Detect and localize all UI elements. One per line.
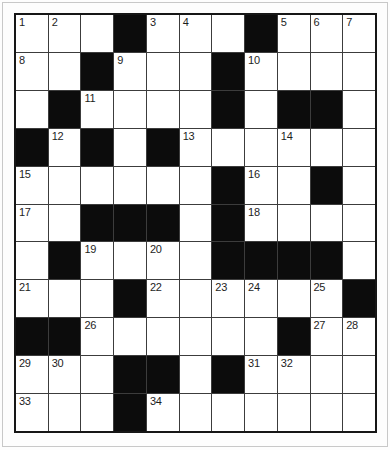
black-cell-r6-c6: [212, 242, 244, 279]
black-cell-r9-c6: [212, 356, 244, 393]
black-cell-r9-c3: [114, 356, 146, 393]
black-cell-r3-c2: [81, 129, 113, 166]
cell-r3-c9[interactable]: [311, 129, 343, 166]
cell-r7-c5[interactable]: [180, 280, 212, 317]
cell-r4-c3[interactable]: [114, 167, 146, 204]
cell-r6-c3[interactable]: [114, 242, 146, 279]
black-cell-r1-c6: [212, 53, 244, 90]
cell-r2-c5[interactable]: [180, 91, 212, 128]
black-cell-r5-c6: [212, 205, 244, 242]
cell-r10-c7[interactable]: [245, 394, 277, 431]
cell-r9-c0[interactable]: 29: [16, 356, 48, 393]
clue-number: 16: [248, 168, 260, 180]
cell-r9-c8[interactable]: 32: [278, 356, 310, 393]
cell-r7-c2[interactable]: [81, 280, 113, 317]
clue-number: 15: [19, 168, 31, 180]
clue-number: 29: [19, 357, 31, 369]
cell-r1-c7[interactable]: 10: [245, 53, 277, 90]
clue-number: 10: [248, 54, 260, 66]
black-cell-r7-c3: [114, 280, 146, 317]
clue-number: 11: [84, 92, 95, 104]
black-cell-r2-c8: [278, 91, 310, 128]
cell-r6-c4[interactable]: 20: [147, 242, 179, 279]
clue-number: 3: [150, 16, 156, 28]
cell-r4-c7[interactable]: 16: [245, 167, 277, 204]
cell-r10-c2[interactable]: [81, 394, 113, 431]
clue-number: 4: [183, 16, 189, 28]
cell-r0-c8[interactable]: 5: [278, 15, 310, 52]
cell-r0-c5[interactable]: 4: [180, 15, 212, 52]
clue-number: 1: [19, 16, 25, 28]
black-cell-r6-c7: [245, 242, 277, 279]
cell-r4-c5[interactable]: [180, 167, 212, 204]
clue-number: 25: [314, 281, 326, 293]
cell-r1-c4[interactable]: [147, 53, 179, 90]
clue-number: 26: [84, 319, 96, 331]
cell-r1-c10[interactable]: [343, 53, 375, 90]
black-cell-r2-c9: [311, 91, 343, 128]
black-cell-r7-c10: [343, 280, 375, 317]
cell-r0-c10[interactable]: 7: [343, 15, 375, 52]
clue-number: 31: [248, 357, 260, 369]
cell-r0-c0[interactable]: 1: [16, 15, 48, 52]
black-cell-r3-c0: [16, 129, 48, 166]
cell-r2-c4[interactable]: [147, 91, 179, 128]
clue-number: 24: [248, 281, 260, 293]
cell-r3-c10[interactable]: [343, 129, 375, 166]
clue-number: 27: [314, 319, 326, 331]
cell-r1-c0[interactable]: 8: [16, 53, 48, 90]
cell-r1-c8[interactable]: [278, 53, 310, 90]
clue-number: 28: [346, 319, 358, 331]
cell-r7-c1[interactable]: [49, 280, 81, 317]
cell-r0-c6[interactable]: [212, 15, 244, 52]
cell-r2-c10[interactable]: [343, 91, 375, 128]
cell-r4-c8[interactable]: [278, 167, 310, 204]
black-cell-r1-c2: [81, 53, 113, 90]
cell-r1-c1[interactable]: [49, 53, 81, 90]
black-cell-r8-c1: [49, 318, 81, 355]
cell-r4-c4[interactable]: [147, 167, 179, 204]
clue-number: 22: [150, 281, 162, 293]
cell-r8-c10[interactable]: 28: [343, 318, 375, 355]
cell-r5-c5[interactable]: [180, 205, 212, 242]
clue-number: 14: [281, 130, 293, 142]
cell-r8-c5[interactable]: [180, 318, 212, 355]
cell-r6-c2[interactable]: 19: [81, 242, 113, 279]
clue-number: 2: [52, 16, 58, 28]
clue-number: 7: [346, 16, 352, 28]
cell-r10-c6[interactable]: [212, 394, 244, 431]
cell-r0-c9[interactable]: 6: [311, 15, 343, 52]
black-cell-r10-c3: [114, 394, 146, 431]
cell-r0-c2[interactable]: [81, 15, 113, 52]
cell-r10-c0[interactable]: 33: [16, 394, 48, 431]
cell-r3-c6[interactable]: [212, 129, 244, 166]
black-cell-r3-c4: [147, 129, 179, 166]
black-cell-r2-c1: [49, 91, 81, 128]
clue-number: 17: [19, 206, 31, 218]
black-cell-r6-c8: [278, 242, 310, 279]
clue-number: 33: [19, 395, 31, 407]
black-cell-r4-c6: [212, 167, 244, 204]
cell-r5-c7[interactable]: 18: [245, 205, 277, 242]
black-cell-r6-c9: [311, 242, 343, 279]
clue-number: 9: [117, 54, 123, 66]
cell-r10-c10[interactable]: [343, 394, 375, 431]
black-cell-r5-c4: [147, 205, 179, 242]
cell-r8-c7[interactable]: [245, 318, 277, 355]
cell-r7-c4[interactable]: 22: [147, 280, 179, 317]
cell-r5-c9[interactable]: [311, 205, 343, 242]
cell-r9-c10[interactable]: [343, 356, 375, 393]
cell-r1-c9[interactable]: [311, 53, 343, 90]
clue-number: 21: [19, 281, 31, 293]
cell-r8-c2[interactable]: 26: [81, 318, 113, 355]
cell-r2-c3[interactable]: [114, 91, 146, 128]
cell-r9-c5[interactable]: [180, 356, 212, 393]
cell-r7-c7[interactable]: 24: [245, 280, 277, 317]
cell-r5-c1[interactable]: [49, 205, 81, 242]
cell-r3-c7[interactable]: [245, 129, 277, 166]
cell-r3-c8[interactable]: 14: [278, 129, 310, 166]
black-cell-r2-c6: [212, 91, 244, 128]
cell-r3-c3[interactable]: [114, 129, 146, 166]
clue-number: 23: [215, 281, 227, 293]
clue-number: 20: [150, 243, 162, 255]
cell-r1-c3[interactable]: 9: [114, 53, 146, 90]
clue-number: 12: [52, 130, 64, 142]
cell-r10-c9[interactable]: [311, 394, 343, 431]
cell-r8-c6[interactable]: [212, 318, 244, 355]
cell-r7-c0[interactable]: 21: [16, 280, 48, 317]
clue-number: 13: [183, 130, 195, 142]
black-cell-r0-c3: [114, 15, 146, 52]
cell-r8-c9[interactable]: 27: [311, 318, 343, 355]
cell-r4-c10[interactable]: [343, 167, 375, 204]
cell-r8-c3[interactable]: [114, 318, 146, 355]
clue-number: 8: [19, 54, 25, 66]
cell-r10-c5[interactable]: [180, 394, 212, 431]
clue-number: 18: [248, 206, 260, 218]
cell-r7-c8[interactable]: [278, 280, 310, 317]
cell-r0-c4[interactable]: 3: [147, 15, 179, 52]
cell-r10-c1[interactable]: [49, 394, 81, 431]
cell-r2-c2[interactable]: 11: [81, 91, 113, 128]
black-cell-r5-c3: [114, 205, 146, 242]
cell-r2-c0[interactable]: [16, 91, 48, 128]
cell-r4-c0[interactable]: 15: [16, 167, 48, 204]
clue-number: 19: [84, 243, 96, 255]
black-cell-r8-c0: [16, 318, 48, 355]
cell-r6-c10[interactable]: [343, 242, 375, 279]
cell-r3-c5[interactable]: 13: [180, 129, 212, 166]
cell-r4-c2[interactable]: [81, 167, 113, 204]
cell-r8-c4[interactable]: [147, 318, 179, 355]
black-cell-r9-c4: [147, 356, 179, 393]
black-cell-r6-c1: [49, 242, 81, 279]
cell-r5-c0[interactable]: 17: [16, 205, 48, 242]
cell-r7-c6[interactable]: 23: [212, 280, 244, 317]
clue-number: 6: [314, 16, 320, 28]
cell-r1-c5[interactable]: [180, 53, 212, 90]
black-cell-r4-c9: [311, 167, 343, 204]
black-cell-r0-c7: [245, 15, 277, 52]
black-cell-r8-c8: [278, 318, 310, 355]
cell-r7-c9[interactable]: 25: [311, 280, 343, 317]
crossword-grid: 1234567891011121314151617181920212223242…: [14, 13, 377, 433]
cell-r5-c10[interactable]: [343, 205, 375, 242]
cell-r9-c1[interactable]: 30: [49, 356, 81, 393]
cell-r5-c8[interactable]: [278, 205, 310, 242]
cell-r9-c2[interactable]: [81, 356, 113, 393]
cell-r6-c5[interactable]: [180, 242, 212, 279]
cell-r9-c7[interactable]: 31: [245, 356, 277, 393]
crossword-page: 1234567891011121314151617181920212223242…: [0, 0, 390, 450]
cell-r10-c8[interactable]: [278, 394, 310, 431]
cell-r0-c1[interactable]: 2: [49, 15, 81, 52]
cell-r10-c4[interactable]: 34: [147, 394, 179, 431]
cell-r4-c1[interactable]: [49, 167, 81, 204]
cell-r2-c7[interactable]: [245, 91, 277, 128]
black-cell-r5-c2: [81, 205, 113, 242]
clue-number: 32: [281, 357, 293, 369]
cell-r6-c0[interactable]: [16, 242, 48, 279]
clue-number: 5: [281, 16, 287, 28]
cell-r3-c1[interactable]: 12: [49, 129, 81, 166]
clue-number: 30: [52, 357, 64, 369]
clue-number: 34: [150, 395, 162, 407]
cell-r9-c9[interactable]: [311, 356, 343, 393]
